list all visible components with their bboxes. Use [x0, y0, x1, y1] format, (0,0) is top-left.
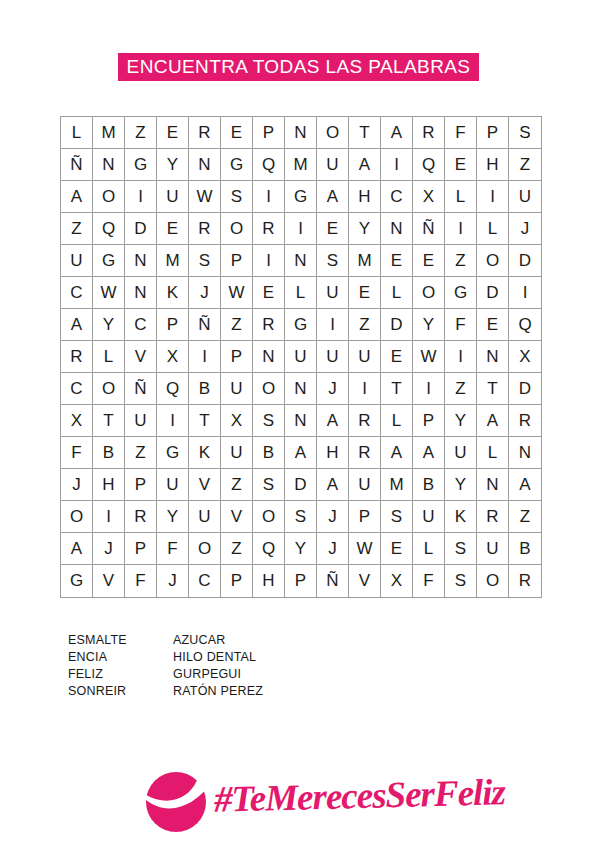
cell-r14c1[interactable]: A [61, 533, 93, 565]
cell-r4c9[interactable]: E [317, 213, 349, 245]
cell-r12c15[interactable]: A [509, 469, 541, 501]
cell-r13c10[interactable]: P [349, 501, 381, 533]
cell-r6c10[interactable]: E [349, 277, 381, 309]
cell-r10c11[interactable]: L [381, 405, 413, 437]
cell-r3c3[interactable]: I [125, 181, 157, 213]
cell-r12c9[interactable]: A [317, 469, 349, 501]
cell-r8c10[interactable]: U [349, 341, 381, 373]
cell-r10c1[interactable]: X [61, 405, 93, 437]
cell-r15c15[interactable]: R [509, 565, 541, 597]
cell-r15c12[interactable]: F [413, 565, 445, 597]
cell-r7c4[interactable]: P [157, 309, 189, 341]
cell-r13c13[interactable]: K [445, 501, 477, 533]
cell-r3c5[interactable]: W [189, 181, 221, 213]
cell-r2c11[interactable]: I [381, 149, 413, 181]
cell-r4c6[interactable]: O [221, 213, 253, 245]
cell-r3c1[interactable]: A [61, 181, 93, 213]
cell-r5c4[interactable]: M [157, 245, 189, 277]
cell-r5c6[interactable]: P [221, 245, 253, 277]
cell-r8c11[interactable]: E [381, 341, 413, 373]
cell-r10c8[interactable]: N [285, 405, 317, 437]
cell-r1c6[interactable]: E [221, 117, 253, 149]
cell-r7c12[interactable]: Y [413, 309, 445, 341]
cell-r10c15[interactable]: R [509, 405, 541, 437]
cell-r2c3[interactable]: G [125, 149, 157, 181]
cell-r14c6[interactable]: Z [221, 533, 253, 565]
cell-r12c10[interactable]: U [349, 469, 381, 501]
cell-r3c13[interactable]: L [445, 181, 477, 213]
cell-r12c14[interactable]: N [477, 469, 509, 501]
cell-r3c4[interactable]: U [157, 181, 189, 213]
cell-r6c1[interactable]: C [61, 277, 93, 309]
cell-r11c7[interactable]: B [253, 437, 285, 469]
word-feliz: FELIZ [68, 666, 127, 683]
cell-r6c14[interactable]: D [477, 277, 509, 309]
cell-r1c5[interactable]: R [189, 117, 221, 149]
cell-r7c9[interactable]: I [317, 309, 349, 341]
cell-r11c11[interactable]: A [381, 437, 413, 469]
cell-r9c7[interactable]: O [253, 373, 285, 405]
cell-r14c3[interactable]: P [125, 533, 157, 565]
word-azucar: AZUCAR [173, 632, 263, 649]
cell-r8c12[interactable]: W [413, 341, 445, 373]
cell-r8c7[interactable]: N [253, 341, 285, 373]
word-esmalte: ESMALTE [68, 632, 127, 649]
cell-r15c6[interactable]: P [221, 565, 253, 597]
cell-r12c13[interactable]: Y [445, 469, 477, 501]
cell-r8c9[interactable]: U [317, 341, 349, 373]
cell-r5c9[interactable]: S [317, 245, 349, 277]
cell-r9c2[interactable]: O [93, 373, 125, 405]
title-banner: ENCUENTRA TODAS LAS PALABRAS [118, 53, 479, 81]
cell-r5c3[interactable]: N [125, 245, 157, 277]
cell-r6c11[interactable]: L [381, 277, 413, 309]
cell-r3c8[interactable]: G [285, 181, 317, 213]
cell-r6c5[interactable]: J [189, 277, 221, 309]
cell-r9c10[interactable]: I [349, 373, 381, 405]
cell-r15c9[interactable]: Ñ [317, 565, 349, 597]
page-title: ENCUENTRA TODAS LAS PALABRAS [127, 56, 471, 78]
cell-r9c4[interactable]: Q [157, 373, 189, 405]
cell-r1c13[interactable]: F [445, 117, 477, 149]
cell-r12c2[interactable]: H [93, 469, 125, 501]
cell-r2c4[interactable]: Y [157, 149, 189, 181]
cell-r6c9[interactable]: U [317, 277, 349, 309]
cell-r6c3[interactable]: N [125, 277, 157, 309]
cell-r14c2[interactable]: J [93, 533, 125, 565]
cell-r15c10[interactable]: V [349, 565, 381, 597]
cell-r11c8[interactable]: A [285, 437, 317, 469]
cell-r13c6[interactable]: V [221, 501, 253, 533]
cell-r10c14[interactable]: A [477, 405, 509, 437]
cell-r11c5[interactable]: K [189, 437, 221, 469]
cell-r10c13[interactable]: Y [445, 405, 477, 437]
cell-r2c1[interactable]: Ñ [61, 149, 93, 181]
cell-r15c7[interactable]: H [253, 565, 285, 597]
cell-r9c8[interactable]: N [285, 373, 317, 405]
cell-r4c15[interactable]: J [509, 213, 541, 245]
cell-r6c7[interactable]: E [253, 277, 285, 309]
word-encia: ENCIA [68, 649, 127, 666]
cell-r14c7[interactable]: Q [253, 533, 285, 565]
cell-r6c6[interactable]: W [221, 277, 253, 309]
cell-r12c3[interactable]: P [125, 469, 157, 501]
cell-r13c8[interactable]: S [285, 501, 317, 533]
cell-r10c4[interactable]: I [157, 405, 189, 437]
cell-r8c6[interactable]: P [221, 341, 253, 373]
word-list-right: AZUCAR HILO DENTAL GURPEGUI RATÓN PEREZ [173, 632, 263, 700]
cell-r5c12[interactable]: E [413, 245, 445, 277]
cell-r7c7[interactable]: R [253, 309, 285, 341]
cell-r9c12[interactable]: I [413, 373, 445, 405]
cell-r2c7[interactable]: Q [253, 149, 285, 181]
cell-r3c12[interactable]: X [413, 181, 445, 213]
cell-r14c11[interactable]: E [381, 533, 413, 565]
cell-r5c10[interactable]: M [349, 245, 381, 277]
cell-r8c14[interactable]: N [477, 341, 509, 373]
cell-r2c13[interactable]: E [445, 149, 477, 181]
cell-r9c13[interactable]: Z [445, 373, 477, 405]
cell-r3c11[interactable]: C [381, 181, 413, 213]
cell-r15c1[interactable]: G [61, 565, 93, 597]
hashtag-text: #TeMerecesSerFeliz [213, 770, 505, 821]
cell-r7c1[interactable]: A [61, 309, 93, 341]
cell-r4c7[interactable]: R [253, 213, 285, 245]
cell-r15c5[interactable]: C [189, 565, 221, 597]
cell-r11c1[interactable]: F [61, 437, 93, 469]
cell-r7c15[interactable]: Q [509, 309, 541, 341]
cell-r10c9[interactable]: A [317, 405, 349, 437]
cell-r12c4[interactable]: U [157, 469, 189, 501]
cell-r15c3[interactable]: F [125, 565, 157, 597]
cell-r2c5[interactable]: N [189, 149, 221, 181]
cell-r7c8[interactable]: G [285, 309, 317, 341]
cell-r2c12[interactable]: Q [413, 149, 445, 181]
cell-r15c4[interactable]: J [157, 565, 189, 597]
cell-r10c10[interactable]: R [349, 405, 381, 437]
cell-r13c15[interactable]: Z [509, 501, 541, 533]
cell-r5c8[interactable]: N [285, 245, 317, 277]
cell-r15c14[interactable]: O [477, 565, 509, 597]
smile-swoosh-logo-icon [146, 772, 206, 832]
cell-r4c8[interactable]: I [285, 213, 317, 245]
cell-r6c2[interactable]: W [93, 277, 125, 309]
cell-r7c13[interactable]: F [445, 309, 477, 341]
cell-r14c10[interactable]: W [349, 533, 381, 565]
cell-r2c9[interactable]: U [317, 149, 349, 181]
cell-r11c2[interactable]: B [93, 437, 125, 469]
cell-r12c12[interactable]: B [413, 469, 445, 501]
cell-r5c15[interactable]: D [509, 245, 541, 277]
cell-r10c6[interactable]: X [221, 405, 253, 437]
cell-r4c12[interactable]: Ñ [413, 213, 445, 245]
cell-r1c7[interactable]: P [253, 117, 285, 149]
cell-r9c5[interactable]: B [189, 373, 221, 405]
cell-r4c5[interactable]: R [189, 213, 221, 245]
cell-r13c4[interactable]: Y [157, 501, 189, 533]
cell-r7c10[interactable]: Z [349, 309, 381, 341]
cell-r13c3[interactable]: R [125, 501, 157, 533]
cell-r10c2[interactable]: T [93, 405, 125, 437]
cell-r8c3[interactable]: V [125, 341, 157, 373]
cell-r5c14[interactable]: O [477, 245, 509, 277]
cell-r9c1[interactable]: C [61, 373, 93, 405]
cell-r14c13[interactable]: S [445, 533, 477, 565]
cell-r9c11[interactable]: T [381, 373, 413, 405]
word-hilo-dental: HILO DENTAL [173, 649, 263, 666]
cell-r13c5[interactable]: U [189, 501, 221, 533]
cell-r14c4[interactable]: F [157, 533, 189, 565]
cell-r6c8[interactable]: L [285, 277, 317, 309]
cell-r6c12[interactable]: O [413, 277, 445, 309]
cell-r1c9[interactable]: O [317, 117, 349, 149]
cell-r3c2[interactable]: O [93, 181, 125, 213]
cell-r1c12[interactable]: R [413, 117, 445, 149]
cell-r11c6[interactable]: U [221, 437, 253, 469]
cell-r4c13[interactable]: I [445, 213, 477, 245]
cell-r6c4[interactable]: K [157, 277, 189, 309]
cell-r4c11[interactable]: N [381, 213, 413, 245]
cell-r5c13[interactable]: Z [445, 245, 477, 277]
word-sonreir: SONREIR [68, 683, 127, 700]
cell-r13c14[interactable]: R [477, 501, 509, 533]
cell-r4c2[interactable]: Q [93, 213, 125, 245]
word-search-grid: LMZEREPNOTARFPSÑNGYNGQMUAIQEHZAOIUWSIGAH… [60, 116, 542, 598]
cell-r2c2[interactable]: N [93, 149, 125, 181]
cell-r11c10[interactable]: R [349, 437, 381, 469]
cell-r14c8[interactable]: Y [285, 533, 317, 565]
cell-r15c8[interactable]: P [285, 565, 317, 597]
cell-r7c2[interactable]: Y [93, 309, 125, 341]
cell-r8c8[interactable]: U [285, 341, 317, 373]
cell-r14c9[interactable]: J [317, 533, 349, 565]
word-raton-perez: RATÓN PEREZ [173, 683, 263, 700]
cell-r6c13[interactable]: G [445, 277, 477, 309]
cell-r8c1[interactable]: R [61, 341, 93, 373]
cell-r4c14[interactable]: L [477, 213, 509, 245]
cell-r5c2[interactable]: G [93, 245, 125, 277]
cell-r14c14[interactable]: U [477, 533, 509, 565]
word-list-left: ESMALTE ENCIA FELIZ SONREIR [68, 632, 127, 700]
cell-r1c2[interactable]: M [93, 117, 125, 149]
cell-r11c4[interactable]: G [157, 437, 189, 469]
cell-r10c7[interactable]: S [253, 405, 285, 437]
cell-r15c2[interactable]: V [93, 565, 125, 597]
cell-r12c8[interactable]: D [285, 469, 317, 501]
cell-r11c15[interactable]: N [509, 437, 541, 469]
cell-r8c5[interactable]: I [189, 341, 221, 373]
cell-r1c11[interactable]: A [381, 117, 413, 149]
cell-r3c7[interactable]: I [253, 181, 285, 213]
cell-r3c15[interactable]: U [509, 181, 541, 213]
cell-r12c5[interactable]: V [189, 469, 221, 501]
cell-r11c13[interactable]: U [445, 437, 477, 469]
cell-r4c3[interactable]: D [125, 213, 157, 245]
cell-r8c13[interactable]: I [445, 341, 477, 373]
cell-r13c11[interactable]: S [381, 501, 413, 533]
cell-r12c6[interactable]: Z [221, 469, 253, 501]
cell-r12c7[interactable]: S [253, 469, 285, 501]
cell-r12c11[interactable]: M [381, 469, 413, 501]
cell-r9c14[interactable]: T [477, 373, 509, 405]
cell-r7c11[interactable]: D [381, 309, 413, 341]
word-gurpegui: GURPEGUI [173, 666, 263, 683]
cell-r14c15[interactable]: B [509, 533, 541, 565]
cell-r13c9[interactable]: J [317, 501, 349, 533]
cell-r15c11[interactable]: X [381, 565, 413, 597]
cell-r4c10[interactable]: Y [349, 213, 381, 245]
cell-r14c5[interactable]: O [189, 533, 221, 565]
cell-r3c10[interactable]: H [349, 181, 381, 213]
cell-r1c8[interactable]: N [285, 117, 317, 149]
cell-r8c2[interactable]: L [93, 341, 125, 373]
cell-r3c6[interactable]: S [221, 181, 253, 213]
cell-r5c5[interactable]: S [189, 245, 221, 277]
cell-r6c15[interactable]: I [509, 277, 541, 309]
cell-r10c5[interactable]: T [189, 405, 221, 437]
cell-r12c1[interactable]: J [61, 469, 93, 501]
cell-r11c12[interactable]: A [413, 437, 445, 469]
cell-r7c5[interactable]: Ñ [189, 309, 221, 341]
cell-r3c9[interactable]: A [317, 181, 349, 213]
cell-r9c6[interactable]: U [221, 373, 253, 405]
cell-r4c1[interactable]: Z [61, 213, 93, 245]
cell-r7c14[interactable]: E [477, 309, 509, 341]
cell-r9c9[interactable]: J [317, 373, 349, 405]
cell-r11c3[interactable]: Z [125, 437, 157, 469]
cell-r3c14[interactable]: I [477, 181, 509, 213]
cell-r13c7[interactable]: O [253, 501, 285, 533]
cell-r2c6[interactable]: G [221, 149, 253, 181]
cell-r13c1[interactable]: O [61, 501, 93, 533]
cell-r13c2[interactable]: I [93, 501, 125, 533]
cell-r11c14[interactable]: L [477, 437, 509, 469]
cell-r1c4[interactable]: E [157, 117, 189, 149]
cell-r15c13[interactable]: S [445, 565, 477, 597]
cell-r1c1[interactable]: L [61, 117, 93, 149]
cell-r1c14[interactable]: P [477, 117, 509, 149]
cell-r8c15[interactable]: X [509, 341, 541, 373]
cell-r2c15[interactable]: Z [509, 149, 541, 181]
cell-r9c3[interactable]: Ñ [125, 373, 157, 405]
cell-r11c9[interactable]: H [317, 437, 349, 469]
cell-r10c12[interactable]: P [413, 405, 445, 437]
cell-r2c14[interactable]: H [477, 149, 509, 181]
cell-r1c10[interactable]: T [349, 117, 381, 149]
cell-r2c8[interactable]: M [285, 149, 317, 181]
cell-r5c7[interactable]: I [253, 245, 285, 277]
cell-r14c12[interactable]: L [413, 533, 445, 565]
cell-r13c12[interactable]: U [413, 501, 445, 533]
cell-r10c3[interactable]: U [125, 405, 157, 437]
cell-r1c15[interactable]: S [509, 117, 541, 149]
cell-r5c1[interactable]: U [61, 245, 93, 277]
cell-r8c4[interactable]: X [157, 341, 189, 373]
cell-r9c15[interactable]: D [509, 373, 541, 405]
cell-r7c3[interactable]: C [125, 309, 157, 341]
cell-r1c3[interactable]: Z [125, 117, 157, 149]
cell-r4c4[interactable]: E [157, 213, 189, 245]
cell-r5c11[interactable]: E [381, 245, 413, 277]
cell-r2c10[interactable]: A [349, 149, 381, 181]
cell-r7c6[interactable]: Z [221, 309, 253, 341]
